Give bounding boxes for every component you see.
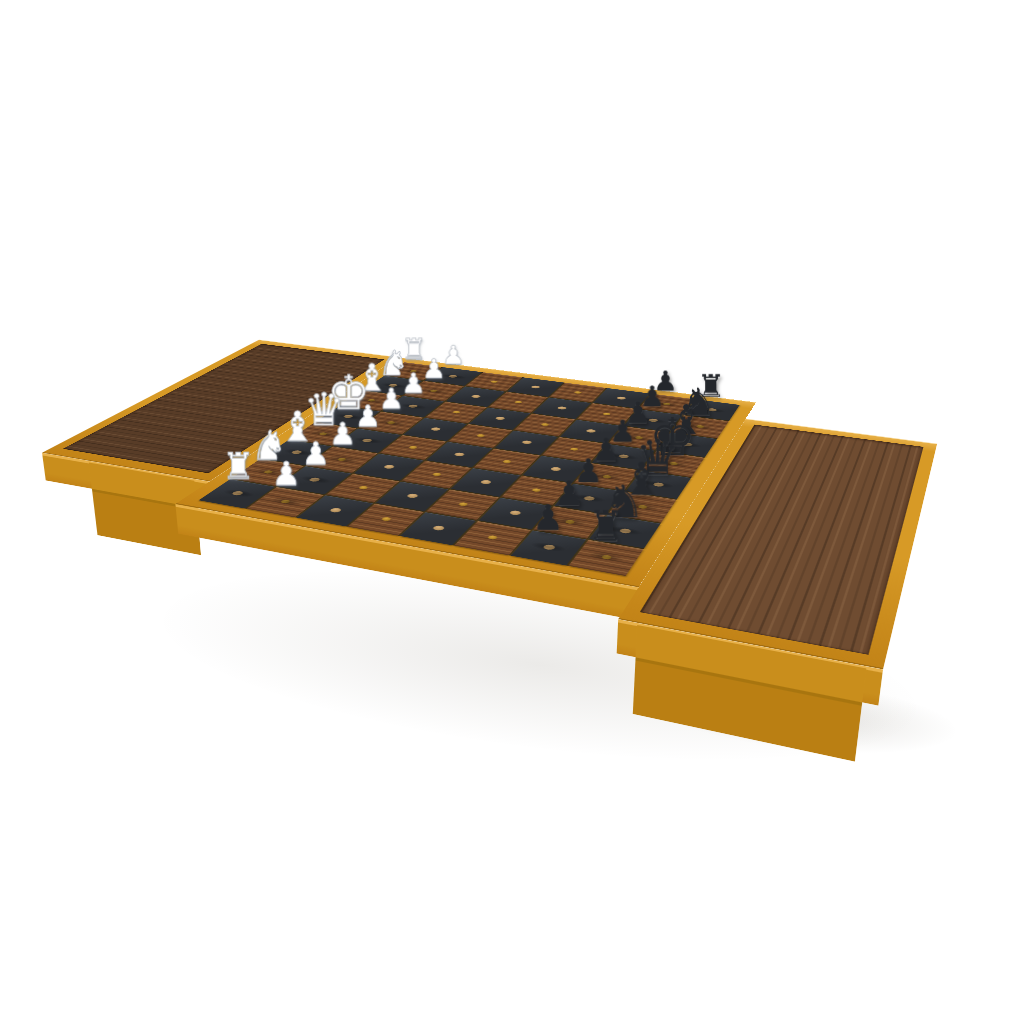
square[interactable] — [427, 489, 500, 520]
square[interactable] — [402, 461, 471, 488]
square[interactable] — [376, 481, 449, 511]
square[interactable] — [347, 504, 423, 536]
product-photo-scene: ♜♟♟♜♞♟♟♞♝♟♟♝♚♟♟♚♛♟♟♛♝♟♟♝♞♟♟♞♜♟♟♜ — [0, 0, 1024, 1024]
black-rook-glyph: ♜ — [564, 492, 647, 557]
square[interactable] — [400, 512, 476, 545]
white-pawn-glyph: ♟ — [249, 442, 325, 502]
